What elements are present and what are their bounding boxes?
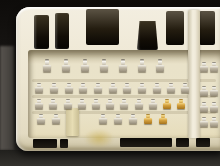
pin-base: [200, 90, 208, 96]
pin-base: [138, 65, 146, 72]
pin-base: [138, 87, 146, 93]
bottom-slot-5: [196, 138, 210, 147]
pin-base: [37, 118, 45, 124]
pin-base: [163, 103, 171, 109]
pin-row-2-4-silver: [79, 83, 87, 93]
pin-base: [64, 103, 72, 109]
pin-row-4-3-silver: [99, 114, 107, 124]
pin-row-1-5-silver: [119, 59, 127, 72]
pin-base: [50, 87, 58, 93]
pin-base: [79, 87, 87, 93]
pin-row-1-3-silver: [81, 59, 89, 72]
pin-base: [210, 106, 218, 112]
pin-row-4-2-silver: [52, 114, 60, 124]
pin-base: [52, 118, 60, 124]
pin-row-4-4-silver: [114, 114, 122, 124]
pin-row-3-3-silver: [64, 99, 72, 109]
pin-row-2-right-1-silver: [200, 86, 208, 96]
pin-base: [149, 103, 157, 109]
pin-row-3-11-gold: [177, 99, 185, 109]
pin-row-1-right-1-silver: [200, 62, 208, 72]
pin-base: [177, 103, 185, 109]
pin-base: [210, 90, 218, 96]
pin-row-3-9-silver: [149, 99, 157, 109]
pin-base: [144, 118, 152, 124]
pin-base: [156, 65, 164, 72]
pin-base: [135, 103, 143, 109]
pin-base: [129, 118, 137, 124]
pin-base: [119, 65, 127, 72]
pin-row-3-8-silver: [135, 99, 143, 109]
pin-base: [106, 103, 114, 109]
pin-base: [153, 87, 161, 93]
pin-base: [114, 118, 122, 124]
pin-base: [120, 103, 128, 109]
pin-base: [78, 103, 86, 109]
pin-base: [200, 121, 208, 127]
bottom-slot-1: [33, 139, 57, 148]
pin-row-2-9-silver: [153, 83, 161, 93]
pin-row-1-2-silver: [62, 59, 70, 72]
pin-row-3-2-silver: [49, 99, 57, 109]
adhesive-stain: [84, 129, 114, 148]
pin-row-1-right-2-silver: [210, 62, 218, 72]
pin-row-2-2-silver: [50, 83, 58, 93]
pin-row-4-right-1-silver: [200, 117, 208, 127]
top-slot-5: [166, 11, 184, 45]
top-slot-6: [199, 11, 215, 45]
top-slot-4: [137, 21, 158, 50]
bottom-slot-4: [176, 138, 189, 147]
background-bottom: [0, 150, 220, 166]
pin-row-2-6-silver: [109, 83, 117, 93]
divider-rib: [188, 10, 200, 138]
connector-photo: [0, 0, 220, 166]
bottom-slot-2: [60, 139, 68, 148]
pin-row-2-1-silver: [35, 83, 43, 93]
pin-row-4-5-silver: [129, 114, 137, 124]
pin-row-3-7-silver: [120, 99, 128, 109]
pin-row-4-right-2-silver: [210, 117, 218, 127]
top-slot-3: [86, 9, 119, 45]
pin-row-3-10-gold: [163, 99, 171, 109]
pin-row-3-6-silver: [106, 99, 114, 109]
pin-row-2-8-silver: [138, 83, 146, 93]
bottom-slot-3: [120, 138, 172, 147]
pin-base: [159, 118, 167, 124]
pin-base: [100, 65, 108, 72]
pin-row-2-5-silver: [94, 83, 102, 93]
pin-base: [65, 87, 73, 93]
pin-row-3-right-1-silver: [200, 102, 208, 112]
pin-base: [109, 87, 117, 93]
top-slot-1: [34, 15, 49, 49]
pin-row-4-7-gold: [159, 114, 167, 124]
background-left-strip: [0, 46, 14, 150]
pin-row-1-7-silver: [156, 59, 164, 72]
pin-base: [81, 65, 89, 72]
pin-base: [35, 87, 43, 93]
pin-base: [43, 65, 51, 72]
pin-row-2-3-silver: [65, 83, 73, 93]
pin-row-2-11-silver: [181, 83, 189, 93]
pin-row-3-right-2-silver: [210, 102, 218, 112]
pin-base: [210, 121, 218, 127]
pin-row-4-1-silver: [37, 114, 45, 124]
polarizing-key-tab: [66, 108, 79, 136]
pin-row-2-right-2-silver: [210, 86, 218, 96]
pin-base: [49, 103, 57, 109]
pin-base: [99, 118, 107, 124]
pin-row-2-7-silver: [123, 83, 131, 93]
pin-base: [94, 87, 102, 93]
pin-base: [167, 87, 175, 93]
pin-row-2-10-silver: [167, 83, 175, 93]
pin-row-4-6-gold: [144, 114, 152, 124]
pin-base: [123, 87, 131, 93]
pin-row-1-6-silver: [138, 59, 146, 72]
pin-base: [181, 87, 189, 93]
pin-row-1-1-silver: [43, 59, 51, 72]
top-slot-2: [55, 13, 69, 49]
pin-base: [210, 66, 218, 72]
pin-base: [92, 103, 100, 109]
pin-row-3-5-silver: [92, 99, 100, 109]
pin-row-3-4-silver: [78, 99, 86, 109]
pin-base: [62, 65, 70, 72]
pin-row-3-1-silver: [35, 99, 43, 109]
pin-base: [200, 106, 208, 112]
pin-base: [200, 66, 208, 72]
pin-base: [35, 103, 43, 109]
pin-row-1-4-silver: [100, 59, 108, 72]
